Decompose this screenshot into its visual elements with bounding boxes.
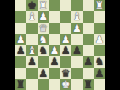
square-g1[interactable]: ♜ (83, 79, 94, 90)
square-e4[interactable]: ♟ (60, 45, 71, 56)
white-pawn-piece: ♟ (61, 34, 70, 45)
square-d5[interactable] (49, 34, 60, 45)
square-f3[interactable] (71, 56, 82, 67)
white-rook-piece: ♜ (95, 0, 104, 11)
black-rook-piece: ♜ (16, 79, 25, 90)
chess-board[interactable]: ♚♜♜♝♟♝♛♟♟♞♟♟♟♝♞♟♟♟♟♟♟♞♟♛♟♜♚♜ (15, 0, 105, 90)
white-pawn-piece: ♟ (95, 34, 104, 45)
square-d3[interactable]: ♟ (49, 56, 60, 67)
black-pawn-piece: ♟ (16, 45, 25, 56)
square-e1[interactable]: ♚ (60, 79, 71, 90)
square-f2[interactable] (71, 68, 82, 79)
square-c3[interactable] (38, 56, 49, 67)
square-h3[interactable]: ♞ (94, 56, 105, 67)
square-e2[interactable]: ♛ (60, 68, 71, 79)
square-c1[interactable] (38, 79, 49, 90)
square-h2[interactable]: ♟ (94, 68, 105, 79)
black-knight-piece: ♞ (38, 45, 47, 56)
square-h1[interactable] (94, 79, 105, 90)
square-d8[interactable] (49, 0, 60, 11)
square-g8[interactable] (83, 0, 94, 11)
square-e7[interactable] (60, 11, 71, 22)
square-d4[interactable]: ♟ (49, 45, 60, 56)
square-d1[interactable] (49, 79, 60, 90)
square-c6[interactable]: ♛ (38, 23, 49, 34)
square-a7[interactable] (15, 11, 26, 22)
square-g2[interactable] (83, 68, 94, 79)
square-c8[interactable]: ♜ (38, 0, 49, 11)
square-f4[interactable]: ♟ (71, 45, 82, 56)
square-a2[interactable] (15, 68, 26, 79)
square-g5[interactable] (83, 34, 94, 45)
square-d7[interactable] (49, 11, 60, 22)
square-a8[interactable] (15, 0, 26, 11)
black-pawn-piece: ♟ (50, 56, 59, 67)
square-e6[interactable] (60, 23, 71, 34)
square-c5[interactable]: ♞ (38, 34, 49, 45)
square-d2[interactable] (49, 68, 60, 79)
square-c4[interactable]: ♞ (38, 45, 49, 56)
square-h7[interactable] (94, 11, 105, 22)
square-g4[interactable] (83, 45, 94, 56)
square-a6[interactable] (15, 23, 26, 34)
square-c2[interactable]: ♟ (38, 68, 49, 79)
square-h8[interactable]: ♜ (94, 0, 105, 11)
white-bishop-piece: ♝ (27, 45, 36, 56)
square-f8[interactable] (71, 0, 82, 11)
square-b8[interactable]: ♚ (26, 0, 37, 11)
square-f1[interactable] (71, 79, 82, 90)
square-e5[interactable]: ♟ (60, 34, 71, 45)
letterbox-left (0, 0, 15, 90)
square-g6[interactable] (83, 23, 94, 34)
square-f5[interactable] (71, 34, 82, 45)
square-f7[interactable]: ♝ (71, 11, 82, 22)
square-a4[interactable]: ♟ (15, 45, 26, 56)
square-h5[interactable]: ♟ (94, 34, 105, 45)
square-b4[interactable]: ♝ (26, 45, 37, 56)
black-pawn-piece: ♟ (83, 56, 92, 67)
screenshot-stage: ♚♜♜♝♟♝♛♟♟♞♟♟♟♝♞♟♟♟♟♟♟♞♟♛♟♜♚♜ (0, 0, 120, 90)
black-pawn-piece: ♟ (72, 45, 81, 56)
white-queen-piece: ♛ (38, 23, 47, 34)
white-bishop-piece: ♝ (27, 11, 36, 22)
white-pawn-piece: ♟ (72, 23, 81, 34)
square-h4[interactable] (94, 45, 105, 56)
square-g3[interactable]: ♟ (83, 56, 94, 67)
square-g7[interactable] (83, 11, 94, 22)
square-b5[interactable] (26, 34, 37, 45)
square-b1[interactable] (26, 79, 37, 90)
black-rook-piece: ♜ (83, 79, 92, 90)
white-pawn-piece: ♟ (50, 45, 59, 56)
black-pawn-piece: ♟ (38, 68, 47, 79)
black-pawn-piece: ♟ (27, 56, 36, 67)
black-knight-piece: ♞ (95, 56, 104, 67)
square-b7[interactable]: ♝ (26, 11, 37, 22)
square-a3[interactable] (15, 56, 26, 67)
square-b2[interactable] (26, 68, 37, 79)
square-e8[interactable] (60, 0, 71, 11)
black-pawn-piece: ♟ (61, 45, 70, 56)
square-d6[interactable] (49, 23, 60, 34)
white-pawn-piece: ♟ (38, 11, 47, 22)
square-h6[interactable] (94, 23, 105, 34)
square-c7[interactable]: ♟ (38, 11, 49, 22)
white-pawn-piece: ♟ (16, 34, 25, 45)
square-b3[interactable]: ♟ (26, 56, 37, 67)
white-king-piece: ♚ (61, 79, 70, 90)
letterbox-right (105, 0, 120, 90)
black-queen-piece: ♛ (61, 68, 70, 79)
black-pawn-piece: ♟ (95, 68, 104, 79)
black-king-piece: ♚ (27, 0, 36, 11)
white-rook-piece: ♜ (38, 0, 47, 11)
white-knight-piece: ♞ (38, 34, 47, 45)
square-b6[interactable] (26, 23, 37, 34)
square-e3[interactable] (60, 56, 71, 67)
square-f6[interactable]: ♟ (71, 23, 82, 34)
square-a5[interactable]: ♟ (15, 34, 26, 45)
square-a1[interactable]: ♜ (15, 79, 26, 90)
white-bishop-piece: ♝ (72, 11, 81, 22)
